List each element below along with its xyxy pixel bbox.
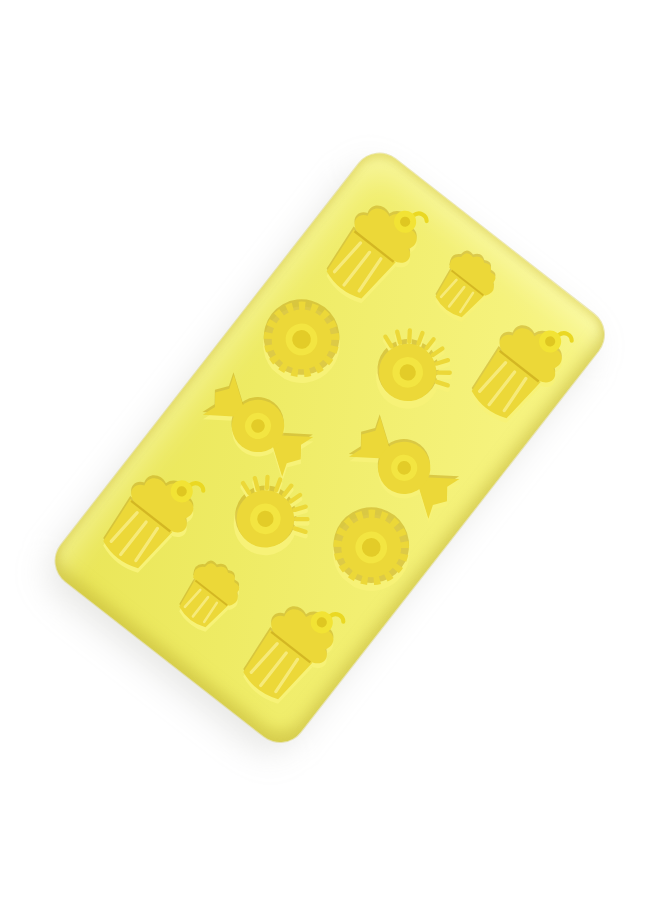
cavity-wrapped-candy-6: [190, 363, 326, 488]
cavity-wrapped-candy-7: [336, 405, 472, 530]
cupcake-large-icon: [76, 441, 224, 594]
cavity-cupcake-large-8: [76, 441, 224, 594]
gear-flower-icon: [243, 280, 361, 398]
silicone-mold-tray: [45, 143, 615, 753]
sun-eyelash-icon: [349, 303, 476, 429]
cavity-sun-eyelash-5: [349, 303, 476, 429]
muffin-small-icon: [160, 545, 260, 644]
cupcake-large-icon: [444, 291, 592, 444]
cavity-cupcake-large-3: [444, 291, 592, 444]
cavity-gear-flower-10: [312, 488, 430, 606]
cavity-cupcake-large-12: [216, 572, 364, 725]
cupcake-large-icon: [216, 572, 364, 725]
product-photo: [0, 0, 660, 900]
muffin-small-icon: [416, 235, 516, 334]
cavity-muffin-small-11: [160, 545, 260, 644]
wrapped-candy-icon: [336, 405, 472, 530]
cupcake-large-icon: [299, 172, 447, 325]
wrapped-candy-icon: [190, 363, 326, 488]
gear-flower-icon: [312, 488, 430, 606]
sun-eyelash-icon: [207, 450, 334, 576]
cavity-cupcake-large-1: [299, 172, 447, 325]
cavity-sun-eyelash-9: [207, 450, 334, 576]
cavity-gear-flower-4: [243, 280, 361, 398]
cavity-muffin-small-2: [416, 235, 516, 334]
